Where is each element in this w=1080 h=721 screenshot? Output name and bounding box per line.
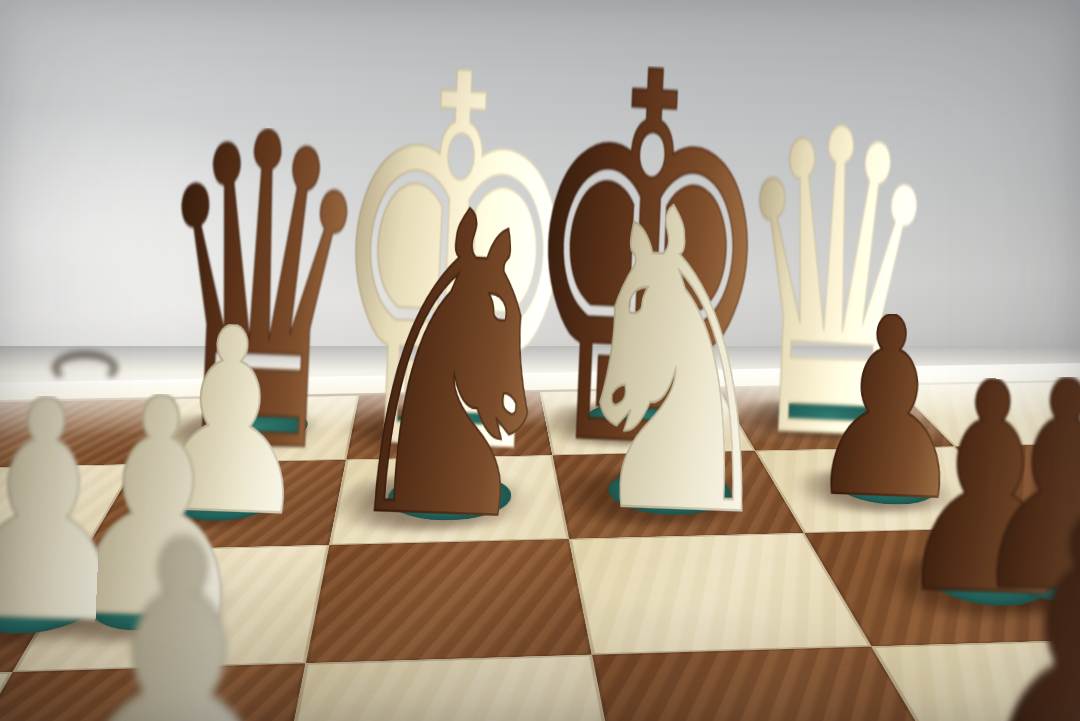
piece-glyph-pawn: ♟	[38, 532, 316, 721]
chess-board: ♛♚♚♛♞♞♟♟♟♟♟♟♟♟	[0, 379, 1080, 721]
piece-glyph-knight: ♞	[553, 197, 795, 530]
piece-glyph-pawn: ♟	[959, 509, 1080, 721]
piece-glyph-knight: ♞	[331, 200, 577, 536]
board-perspective: ♛♚♚♛♞♞♟♟♟♟♟♟♟♟	[0, 392, 1080, 721]
chess-photo-scene: ♛♚♚♛♞♞♟♟♟♟♟♟♟♟	[0, 0, 1080, 721]
